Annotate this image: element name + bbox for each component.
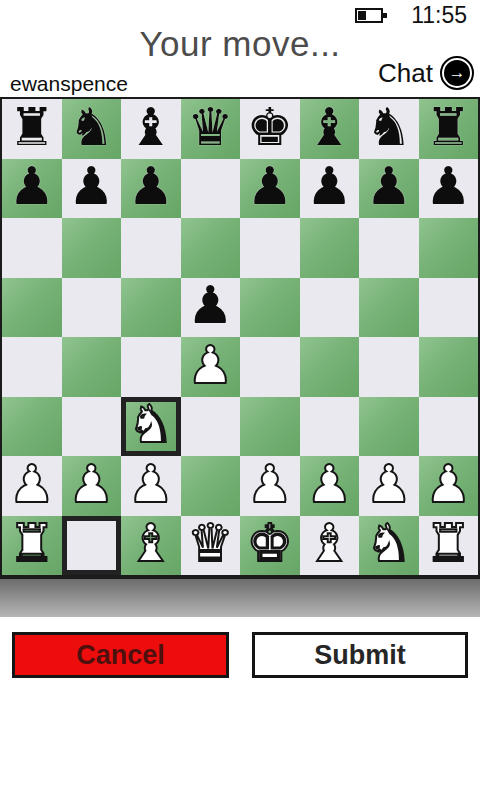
square-h7[interactable]: ♟ [419, 159, 479, 219]
divider-bar [0, 579, 480, 617]
square-f7[interactable]: ♟ [300, 159, 360, 219]
white-queen: ♛ [187, 517, 234, 569]
square-b3[interactable] [62, 397, 122, 457]
square-c7[interactable]: ♟ [121, 159, 181, 219]
white-bishop: ♝ [127, 517, 174, 569]
square-g2[interactable]: ♟ [359, 456, 419, 516]
square-h6[interactable] [419, 218, 479, 278]
black-pawn: ♟ [365, 160, 412, 212]
square-a1[interactable]: ♜ [2, 516, 62, 576]
square-d1[interactable]: ♛ [181, 516, 241, 576]
black-rook: ♜ [8, 101, 55, 153]
square-e1[interactable]: ♚ [240, 516, 300, 576]
black-pawn: ♟ [127, 160, 174, 212]
square-a4[interactable] [2, 337, 62, 397]
white-pawn: ♟ [246, 458, 293, 510]
white-pawn: ♟ [8, 458, 55, 510]
black-king: ♚ [246, 101, 293, 153]
square-f5[interactable] [300, 278, 360, 338]
black-knight: ♞ [68, 101, 115, 153]
square-a7[interactable]: ♟ [2, 159, 62, 219]
white-knight: ♞ [365, 517, 412, 569]
square-d5[interactable]: ♟ [181, 278, 241, 338]
white-pawn: ♟ [365, 458, 412, 510]
chat-label: Chat [378, 58, 433, 89]
square-f2[interactable]: ♟ [300, 456, 360, 516]
white-pawn: ♟ [425, 458, 472, 510]
square-b6[interactable] [62, 218, 122, 278]
white-bishop: ♝ [306, 517, 353, 569]
chat-arrow-icon: → [440, 56, 474, 90]
black-queen: ♛ [187, 101, 234, 153]
white-pawn: ♟ [127, 458, 174, 510]
square-c5[interactable] [121, 278, 181, 338]
square-e6[interactable] [240, 218, 300, 278]
square-h3[interactable] [419, 397, 479, 457]
submit-button[interactable]: Submit [252, 632, 468, 678]
white-pawn: ♟ [187, 339, 234, 391]
square-f6[interactable] [300, 218, 360, 278]
white-knight: ♞ [127, 398, 174, 450]
square-c3[interactable]: ♞ [121, 397, 181, 457]
square-e7[interactable]: ♟ [240, 159, 300, 219]
black-pawn: ♟ [187, 279, 234, 331]
square-c4[interactable] [121, 337, 181, 397]
square-h8[interactable]: ♜ [419, 99, 479, 159]
square-c6[interactable] [121, 218, 181, 278]
white-rook: ♜ [8, 517, 55, 569]
square-c1[interactable]: ♝ [121, 516, 181, 576]
square-d4[interactable]: ♟ [181, 337, 241, 397]
chess-board: ♜♞♝♛♚♝♞♜♟♟♟♟♟♟♟♟♟♞♟♟♟♟♟♟♟♜♝♛♚♝♞♜ [0, 97, 480, 579]
square-a8[interactable]: ♜ [2, 99, 62, 159]
square-g7[interactable]: ♟ [359, 159, 419, 219]
square-g6[interactable] [359, 218, 419, 278]
square-b5[interactable] [62, 278, 122, 338]
square-a6[interactable] [2, 218, 62, 278]
square-b1[interactable] [62, 516, 122, 576]
square-e2[interactable]: ♟ [240, 456, 300, 516]
square-g1[interactable]: ♞ [359, 516, 419, 576]
white-rook: ♜ [425, 517, 472, 569]
square-g8[interactable]: ♞ [359, 99, 419, 159]
black-pawn: ♟ [306, 160, 353, 212]
black-bishop: ♝ [127, 101, 174, 153]
white-pawn: ♟ [306, 458, 353, 510]
square-b2[interactable]: ♟ [62, 456, 122, 516]
black-pawn: ♟ [68, 160, 115, 212]
square-c2[interactable]: ♟ [121, 456, 181, 516]
black-pawn: ♟ [425, 160, 472, 212]
square-d3[interactable] [181, 397, 241, 457]
square-e8[interactable]: ♚ [240, 99, 300, 159]
player-name: ewanspence [10, 72, 128, 96]
white-king: ♚ [246, 517, 293, 569]
square-a5[interactable] [2, 278, 62, 338]
square-h2[interactable]: ♟ [419, 456, 479, 516]
square-d7[interactable] [181, 159, 241, 219]
square-h4[interactable] [419, 337, 479, 397]
square-f1[interactable]: ♝ [300, 516, 360, 576]
square-b8[interactable]: ♞ [62, 99, 122, 159]
square-h1[interactable]: ♜ [419, 516, 479, 576]
black-pawn: ♟ [8, 160, 55, 212]
black-bishop: ♝ [306, 101, 353, 153]
square-d8[interactable]: ♛ [181, 99, 241, 159]
cancel-button[interactable]: Cancel [12, 632, 229, 678]
square-f4[interactable] [300, 337, 360, 397]
square-c8[interactable]: ♝ [121, 99, 181, 159]
battery-fill [358, 11, 366, 20]
square-b7[interactable]: ♟ [62, 159, 122, 219]
square-g4[interactable] [359, 337, 419, 397]
square-f8[interactable]: ♝ [300, 99, 360, 159]
black-knight: ♞ [365, 101, 412, 153]
square-d2[interactable] [181, 456, 241, 516]
square-g3[interactable] [359, 397, 419, 457]
square-e5[interactable] [240, 278, 300, 338]
square-e4[interactable] [240, 337, 300, 397]
battery-icon [355, 8, 383, 23]
black-pawn: ♟ [246, 160, 293, 212]
battery-nub [383, 13, 387, 18]
square-e3[interactable] [240, 397, 300, 457]
square-b4[interactable] [62, 337, 122, 397]
square-g5[interactable] [359, 278, 419, 338]
white-pawn: ♟ [68, 458, 115, 510]
square-f3[interactable] [300, 397, 360, 457]
square-a2[interactable]: ♟ [2, 456, 62, 516]
square-h5[interactable] [419, 278, 479, 338]
black-rook: ♜ [425, 101, 472, 153]
square-d6[interactable] [181, 218, 241, 278]
square-a3[interactable] [2, 397, 62, 457]
chat-button[interactable]: Chat → [378, 56, 474, 90]
